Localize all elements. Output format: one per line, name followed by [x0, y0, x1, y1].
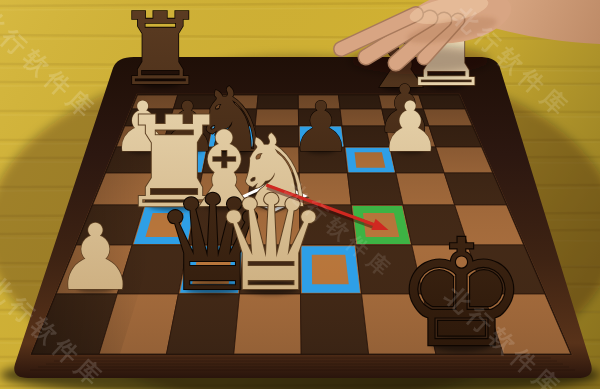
chess-board-scene: ♜♝♜♟♟♟♞♟♟♜♝♞♟♛♛♚ [0, 0, 600, 389]
piece-black-king-g1[interactable]: ♚ [395, 208, 527, 380]
chess-app-screen: ♜♝♜♟♟♟♞♟♟♜♝♞♟♛♛♚ 北行软件库 北行软件库 北行软件库 北行软件库… [0, 0, 600, 389]
piece-white-pawn-g6[interactable]: ♟ [379, 87, 441, 167]
piece-white-pawn-a2[interactable]: ♟ [55, 205, 136, 310]
